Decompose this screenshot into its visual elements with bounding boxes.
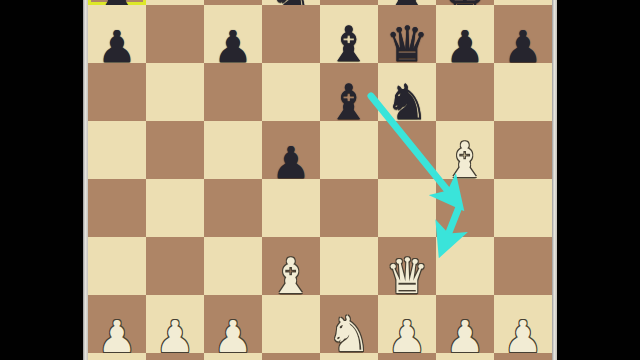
square-b6[interactable]: [146, 63, 204, 121]
square-b2[interactable]: ♟: [146, 295, 204, 353]
square-d4[interactable]: [262, 179, 320, 237]
square-f7[interactable]: ♛: [378, 5, 436, 63]
square-h7[interactable]: ♟: [494, 5, 552, 63]
video-frame: ♜♞♜♚♟♟♝♛♟♟♝♞♟♝♝♛♟♟♟♞♟♟♟♜♞♚♜: [0, 0, 640, 360]
square-h5[interactable]: [494, 121, 552, 179]
piece-black-bishop-e7[interactable]: ♝: [320, 20, 378, 69]
square-g2[interactable]: ♟: [436, 295, 494, 353]
square-d5[interactable]: ♟: [262, 121, 320, 179]
square-a1[interactable]: ♜: [88, 353, 146, 360]
square-b5[interactable]: [146, 121, 204, 179]
square-e4[interactable]: [320, 179, 378, 237]
square-g4[interactable]: [436, 179, 494, 237]
square-g6[interactable]: [436, 63, 494, 121]
piece-black-queen-f7[interactable]: ♛: [378, 20, 436, 69]
window-edge-right: [552, 0, 557, 360]
square-e7[interactable]: ♝: [320, 5, 378, 63]
piece-white-bishop-d3[interactable]: ♝: [262, 252, 320, 301]
square-e5[interactable]: [320, 121, 378, 179]
square-h1[interactable]: ♜: [494, 353, 552, 360]
square-c3[interactable]: [204, 237, 262, 295]
square-c5[interactable]: [204, 121, 262, 179]
square-c4[interactable]: [204, 179, 262, 237]
square-g5[interactable]: ♝: [436, 121, 494, 179]
square-a3[interactable]: [88, 237, 146, 295]
square-f5[interactable]: [378, 121, 436, 179]
square-e6[interactable]: ♝: [320, 63, 378, 121]
square-c2[interactable]: ♟: [204, 295, 262, 353]
square-h3[interactable]: [494, 237, 552, 295]
piece-black-bishop-e6[interactable]: ♝: [320, 78, 378, 127]
square-c6[interactable]: [204, 63, 262, 121]
square-a2[interactable]: ♟: [88, 295, 146, 353]
square-a4[interactable]: [88, 179, 146, 237]
square-d3[interactable]: ♝: [262, 237, 320, 295]
square-c1[interactable]: [204, 353, 262, 360]
square-f6[interactable]: ♞: [378, 63, 436, 121]
square-h6[interactable]: [494, 63, 552, 121]
square-e3[interactable]: [320, 237, 378, 295]
piece-black-knight-f6[interactable]: ♞: [378, 78, 436, 127]
square-a7[interactable]: ♟: [88, 5, 146, 63]
square-e1[interactable]: ♚: [320, 353, 378, 360]
square-d7[interactable]: [262, 5, 320, 63]
square-h2[interactable]: ♟: [494, 295, 552, 353]
letterbox-right: [557, 0, 640, 360]
square-h4[interactable]: [494, 179, 552, 237]
square-f1[interactable]: [378, 353, 436, 360]
square-a5[interactable]: [88, 121, 146, 179]
square-g1[interactable]: [436, 353, 494, 360]
square-g3[interactable]: [436, 237, 494, 295]
square-e2[interactable]: ♞: [320, 295, 378, 353]
chess-board[interactable]: ♜♞♜♚♟♟♝♛♟♟♝♞♟♝♝♛♟♟♟♞♟♟♟♜♞♚♜: [88, 0, 552, 360]
square-b1[interactable]: ♞: [146, 353, 204, 360]
square-g7[interactable]: ♟: [436, 5, 494, 63]
square-d1[interactable]: [262, 353, 320, 360]
square-d6[interactable]: [262, 63, 320, 121]
square-b4[interactable]: [146, 179, 204, 237]
square-d2[interactable]: [262, 295, 320, 353]
square-c7[interactable]: ♟: [204, 5, 262, 63]
piece-white-knight-e2[interactable]: ♞: [320, 310, 378, 359]
letterbox-left: [0, 0, 83, 360]
square-b7[interactable]: [146, 5, 204, 63]
square-a6[interactable]: [88, 63, 146, 121]
piece-white-bishop-g5[interactable]: ♝: [436, 136, 494, 185]
square-b3[interactable]: [146, 237, 204, 295]
square-f2[interactable]: ♟: [378, 295, 436, 353]
square-f4[interactable]: [378, 179, 436, 237]
square-f3[interactable]: ♛: [378, 237, 436, 295]
piece-white-queen-f3[interactable]: ♛: [378, 252, 436, 301]
